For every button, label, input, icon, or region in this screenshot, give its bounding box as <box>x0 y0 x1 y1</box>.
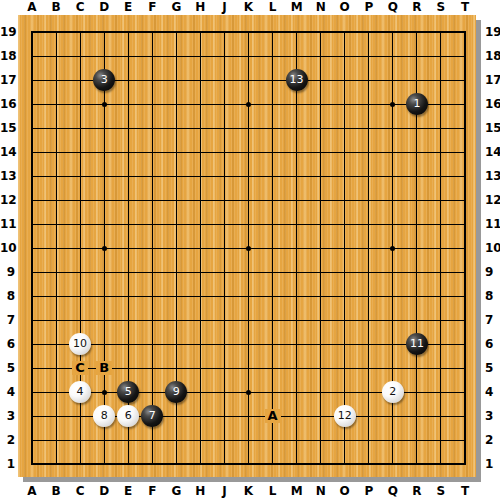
row-label-left-8: 8 <box>0 290 15 303</box>
column-label-top-S: S <box>433 1 449 14</box>
row-label-right-3: 3 <box>485 410 500 423</box>
column-label-bottom-T: T <box>457 485 473 498</box>
row-label-left-1: 1 <box>0 458 15 471</box>
row-label-right-12: 12 <box>485 194 500 207</box>
row-label-left-2: 2 <box>0 434 15 447</box>
row-label-right-14: 14 <box>485 146 500 159</box>
column-label-bottom-D: D <box>96 485 112 498</box>
row-label-right-7: 7 <box>485 314 500 327</box>
stone-black-move-11: 11 <box>406 333 428 355</box>
row-label-right-15: 15 <box>485 122 500 135</box>
row-label-left-6: 6 <box>0 338 15 351</box>
grid-line-h <box>31 296 466 297</box>
column-label-bottom-B: B <box>48 485 64 498</box>
column-label-bottom-P: P <box>361 485 377 498</box>
row-label-right-9: 9 <box>485 266 500 279</box>
grid-line-v <box>320 31 321 465</box>
row-label-left-12: 12 <box>0 194 15 207</box>
grid-line-h <box>31 320 466 321</box>
column-label-top-M: M <box>289 1 305 14</box>
star-point-K16 <box>246 102 251 107</box>
column-label-bottom-C: C <box>72 485 88 498</box>
row-label-left-13: 13 <box>0 170 15 183</box>
board-label-B: B <box>96 361 112 375</box>
column-label-bottom-L: L <box>265 485 281 498</box>
row-label-right-11: 11 <box>485 218 500 231</box>
grid-line-v <box>368 31 369 465</box>
row-label-right-6: 6 <box>485 338 500 351</box>
grid-line-h <box>31 463 466 465</box>
star-point-Q16 <box>390 102 395 107</box>
column-label-top-K: K <box>241 1 257 14</box>
column-label-top-A: A <box>24 1 40 14</box>
row-label-right-10: 10 <box>485 242 500 255</box>
go-diagram: AABBCCDDEEFFGGHHJJKKLLMMNNOOPPQQRRSSTT19… <box>0 0 500 500</box>
row-label-right-5: 5 <box>485 362 500 375</box>
column-label-top-B: B <box>48 1 64 14</box>
stone-black-move-13: 13 <box>286 69 308 91</box>
column-label-top-O: O <box>337 1 353 14</box>
row-label-left-4: 4 <box>0 386 15 399</box>
row-label-left-10: 10 <box>0 242 15 255</box>
grid-line-v <box>344 31 345 465</box>
row-label-left-15: 15 <box>0 122 15 135</box>
column-label-top-C: C <box>72 1 88 14</box>
star-point-K10 <box>246 246 251 251</box>
star-point-Q10 <box>390 246 395 251</box>
stone-white-move-4: 4 <box>69 381 91 403</box>
star-point-D10 <box>102 246 107 251</box>
column-label-top-F: F <box>144 1 160 14</box>
grid-line-h <box>31 440 466 441</box>
column-label-top-E: E <box>120 1 136 14</box>
row-label-left-17: 17 <box>0 74 15 87</box>
column-label-bottom-A: A <box>24 485 40 498</box>
column-label-bottom-H: H <box>192 485 208 498</box>
column-label-bottom-M: M <box>289 485 305 498</box>
column-label-top-H: H <box>192 1 208 14</box>
stone-black-move-3: 3 <box>93 69 115 91</box>
star-point-K4 <box>246 390 251 395</box>
grid-line-v <box>440 31 441 465</box>
row-label-left-11: 11 <box>0 218 15 231</box>
stone-white-move-10: 10 <box>69 333 91 355</box>
grid-line-h <box>31 272 466 273</box>
column-label-top-G: G <box>168 1 184 14</box>
row-label-left-19: 19 <box>0 26 15 39</box>
row-label-right-13: 13 <box>485 170 500 183</box>
row-label-right-4: 4 <box>485 386 500 399</box>
column-label-bottom-S: S <box>433 485 449 498</box>
board-label-C: C <box>72 361 88 375</box>
row-label-right-1: 1 <box>485 458 500 471</box>
column-label-top-L: L <box>265 1 281 14</box>
row-label-right-18: 18 <box>485 50 500 63</box>
star-point-D4 <box>102 390 107 395</box>
stone-black-move-1: 1 <box>406 93 428 115</box>
grid-line-v <box>296 31 297 465</box>
grid-line-v <box>464 31 466 465</box>
row-label-left-9: 9 <box>0 266 15 279</box>
row-label-left-5: 5 <box>0 362 15 375</box>
column-label-top-J: J <box>216 1 232 14</box>
row-label-left-18: 18 <box>0 50 15 63</box>
column-label-bottom-N: N <box>313 485 329 498</box>
column-label-bottom-G: G <box>168 485 184 498</box>
column-label-bottom-R: R <box>409 485 425 498</box>
grid-line-v <box>272 31 273 465</box>
row-label-left-3: 3 <box>0 410 15 423</box>
column-label-top-P: P <box>361 1 377 14</box>
column-label-top-R: R <box>409 1 425 14</box>
column-label-bottom-J: J <box>216 485 232 498</box>
stone-white-move-2: 2 <box>382 381 404 403</box>
row-label-right-16: 16 <box>485 98 500 111</box>
row-label-right-8: 8 <box>485 290 500 303</box>
stone-white-move-8: 8 <box>93 405 115 427</box>
column-label-bottom-O: O <box>337 485 353 498</box>
row-label-right-19: 19 <box>485 26 500 39</box>
row-label-left-16: 16 <box>0 98 15 111</box>
row-label-left-14: 14 <box>0 146 15 159</box>
row-label-right-2: 2 <box>485 434 500 447</box>
grid-line-h <box>31 344 466 345</box>
board-label-A: A <box>265 409 281 423</box>
star-point-D16 <box>102 102 107 107</box>
column-label-bottom-E: E <box>120 485 136 498</box>
stone-white-move-12: 12 <box>334 405 356 427</box>
row-label-left-7: 7 <box>0 314 15 327</box>
column-label-bottom-Q: Q <box>385 485 401 498</box>
column-label-top-Q: Q <box>385 1 401 14</box>
row-label-right-17: 17 <box>485 74 500 87</box>
column-label-top-T: T <box>457 1 473 14</box>
column-label-top-N: N <box>313 1 329 14</box>
column-label-bottom-K: K <box>241 485 257 498</box>
column-label-top-D: D <box>96 1 112 14</box>
column-label-bottom-F: F <box>144 485 160 498</box>
